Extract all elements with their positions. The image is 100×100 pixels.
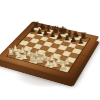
- piece-black-pawn[interactable]: ♟: [56, 33, 63, 40]
- chess-board: ♜♞♝♛♚♝♞♜♟♟♟♟♟♟♟♟♟♟♟♟♟♟♟♟♜♞♝♛♚♝♞♜: [7, 26, 89, 72]
- square[interactable]: [36, 40, 46, 45]
- square[interactable]: [43, 41, 53, 47]
- square[interactable]: [72, 48, 82, 54]
- piece-black-pawn[interactable]: ♟: [50, 31, 56, 38]
- square[interactable]: [50, 43, 60, 49]
- piece-black-pawn[interactable]: ♟: [71, 36, 78, 43]
- piece-black-pawn[interactable]: ♟: [78, 38, 85, 45]
- piece-black-pawn[interactable]: ♟: [30, 26, 36, 33]
- product-photo-scene: ♜♞♝♛♚♝♞♜♟♟♟♟♟♟♟♟♟♟♟♟♟♟♟♟♜♞♝♛♚♝♞♜: [0, 0, 100, 100]
- piece-white-rook[interactable]: ♜: [59, 61, 68, 71]
- square[interactable]: ♜: [60, 66, 71, 73]
